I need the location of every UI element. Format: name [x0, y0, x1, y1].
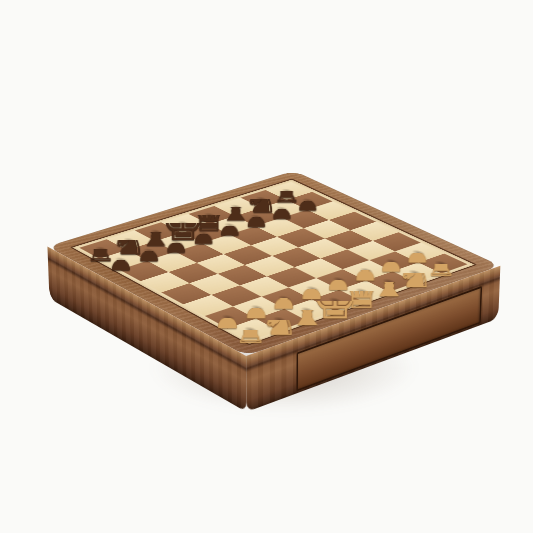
photo-canvas: ♜♟♟♜♞♟♟♞♝♟♟♝♛♟♟♛♚♟♟♚♝♟♟♝♞♟♟♞♜♟♟♜ [0, 0, 533, 533]
chess-set-box: ♜♟♟♜♞♟♟♞♝♟♟♝♛♟♟♛♚♟♟♚♝♟♟♝♞♟♟♞♜♟♟♜ [47, 171, 500, 356]
